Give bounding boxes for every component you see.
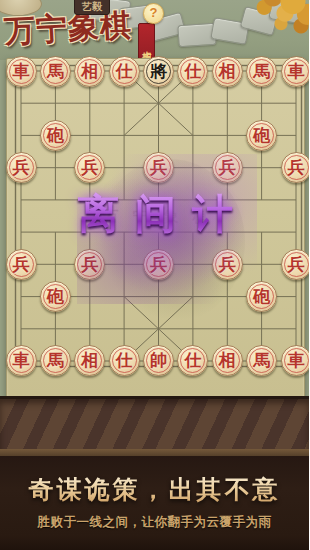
piece-將-black[interactable]: 將 [143,56,174,87]
piece-車-red[interactable]: 車 [6,345,37,376]
piece-兵-red[interactable]: 兵 [6,152,37,183]
piece-相-red[interactable]: 相 [212,56,243,87]
piece-車-red[interactable]: 車 [6,56,37,87]
piece-兵-red[interactable]: 兵 [212,152,243,183]
xiangqi-board[interactable]: 万宁象棋 車馬相仕將仕相馬車砲砲兵兵兵兵兵兵兵兵兵兵砲砲車馬相仕帥仕相馬車 离间… [6,58,305,398]
footer-panel: 奇谋诡策，出其不意 胜败于一线之间，让你翻手为云覆手为雨 [0,456,309,550]
footer-subline: 胜败于一线之间，让你翻手为云覆手为雨 [0,514,309,531]
piece-馬-red[interactable]: 馬 [246,56,277,87]
piece-砲-red[interactable]: 砲 [40,120,71,151]
piece-仕-red[interactable]: 仕 [177,56,208,87]
piece-兵-red[interactable]: 兵 [281,249,310,280]
piece-砲-red[interactable]: 砲 [246,120,277,151]
piece-兵-red[interactable]: 兵 [143,152,174,183]
piece-砲-red[interactable]: 砲 [40,281,71,312]
piece-仕-red[interactable]: 仕 [109,56,140,87]
app-screen: 万宁象棋 艺毅 大招版 ? 万宁象棋 車馬相仕將仕相馬車砲砲兵兵兵兵兵兵兵兵兵兵… [0,0,309,550]
piece-兵-red[interactable]: 兵 [6,249,37,280]
footer-headline: 奇谋诡策，出其不意 [0,473,309,506]
wood-plank [0,396,309,455]
piece-相-red[interactable]: 相 [74,56,105,87]
piece-馬-red[interactable]: 馬 [40,56,71,87]
piece-兵-red[interactable]: 兵 [212,249,243,280]
autumn-leaves [237,0,309,48]
help-button[interactable]: ? [143,3,164,24]
piece-兵-red[interactable]: 兵 [74,249,105,280]
logo-badge: 艺毅 [74,0,110,15]
piece-仕-red[interactable]: 仕 [109,345,140,376]
piece-砲-red[interactable]: 砲 [246,281,277,312]
piece-兵-red[interactable]: 兵 [143,249,174,280]
piece-車-red[interactable]: 車 [281,56,310,87]
dragon-shadow-decoration [95,159,245,324]
piece-兵-red[interactable]: 兵 [281,152,310,183]
